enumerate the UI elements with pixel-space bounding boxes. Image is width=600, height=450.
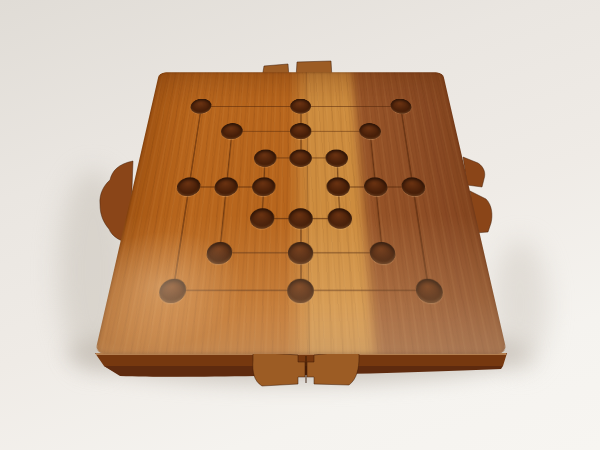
point-b2[interactable] xyxy=(206,242,234,264)
point-d5[interactable] xyxy=(290,149,313,166)
point-b4[interactable] xyxy=(214,178,239,197)
photo-background xyxy=(0,0,600,450)
bottom-clasp-left-wing xyxy=(253,352,305,386)
point-d1[interactable] xyxy=(288,278,315,302)
point-c4[interactable] xyxy=(251,178,275,197)
point-b6[interactable] xyxy=(220,123,243,139)
point-g1[interactable] xyxy=(414,278,444,302)
point-c5[interactable] xyxy=(253,149,276,166)
point-d6[interactable] xyxy=(290,123,312,139)
bottom-clasp-right-wing xyxy=(307,350,359,385)
point-d3[interactable] xyxy=(289,208,314,228)
point-e4[interactable] xyxy=(326,178,350,197)
points-grid xyxy=(148,95,454,311)
point-a7[interactable] xyxy=(190,99,213,114)
point-g4[interactable] xyxy=(400,178,426,197)
point-f4[interactable] xyxy=(363,178,388,197)
point-f2[interactable] xyxy=(369,242,397,264)
point-e3[interactable] xyxy=(328,208,353,228)
morris-board xyxy=(95,72,508,354)
point-a4[interactable] xyxy=(176,178,202,197)
point-e5[interactable] xyxy=(325,149,348,166)
point-g7[interactable] xyxy=(389,99,412,114)
point-d7[interactable] xyxy=(291,99,312,114)
point-f6[interactable] xyxy=(359,123,382,139)
point-a1[interactable] xyxy=(158,278,188,302)
point-c3[interactable] xyxy=(249,208,274,228)
point-d2[interactable] xyxy=(288,242,314,264)
